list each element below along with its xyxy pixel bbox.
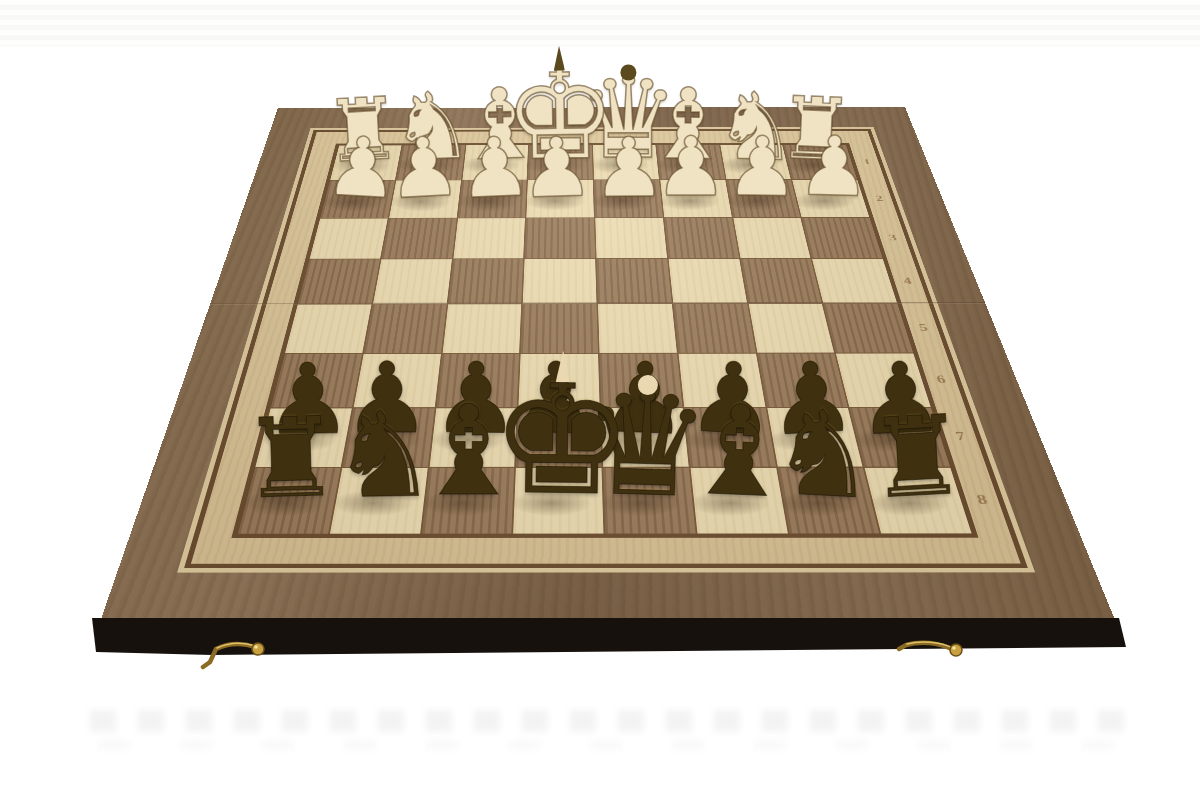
square-a3[interactable] <box>802 218 883 258</box>
background-banding <box>0 0 1200 46</box>
square-b5[interactable] <box>748 304 834 352</box>
square-g3[interactable] <box>381 218 456 258</box>
photo-scene: 12345678 ♜♞♝♛♚♝♞♜♟♟♟♟♟♟♟♟♟♟♟♟♟♟♟♟♜♞♝♛♚♝♞… <box>0 0 1200 799</box>
square-h4[interactable] <box>298 260 380 304</box>
brass-clasp-left-icon <box>203 643 264 667</box>
square-f3[interactable] <box>453 218 525 258</box>
square-d6[interactable] <box>600 354 683 407</box>
square-d1[interactable] <box>593 145 659 179</box>
square-g8[interactable] <box>330 468 428 533</box>
square-c1[interactable] <box>656 145 724 179</box>
square-f4[interactable] <box>448 259 523 303</box>
square-c6[interactable] <box>678 354 765 407</box>
square-g6[interactable] <box>353 354 440 407</box>
square-e6[interactable] <box>519 354 600 407</box>
square-a5[interactable] <box>824 304 913 352</box>
square-g5[interactable] <box>364 304 447 352</box>
square-c2[interactable] <box>660 180 731 217</box>
square-h7[interactable] <box>255 408 351 467</box>
square-a4[interactable] <box>812 259 897 303</box>
square-c3[interactable] <box>664 218 739 258</box>
white-queen-finial-ball <box>620 65 636 81</box>
chess-board[interactable]: 12345678 <box>100 107 1116 622</box>
square-e8[interactable] <box>513 468 603 533</box>
square-f6[interactable] <box>436 354 519 407</box>
square-e2[interactable] <box>526 180 593 217</box>
square-h1[interactable] <box>330 145 401 179</box>
square-e1[interactable] <box>528 145 593 179</box>
square-e4[interactable] <box>523 259 597 303</box>
square-h2[interactable] <box>320 180 394 217</box>
square-g7[interactable] <box>342 408 434 467</box>
square-f1[interactable] <box>462 145 528 179</box>
square-c5[interactable] <box>673 304 755 352</box>
square-a1[interactable] <box>784 145 857 179</box>
square-b3[interactable] <box>733 218 811 258</box>
table-reflection <box>90 704 1140 758</box>
square-d5[interactable] <box>598 304 677 352</box>
square-d4[interactable] <box>597 259 672 303</box>
square-f8[interactable] <box>422 468 515 533</box>
square-e3[interactable] <box>525 218 595 258</box>
brass-clasp-right-icon <box>899 642 962 656</box>
square-b4[interactable] <box>740 259 822 303</box>
square-h6[interactable] <box>271 354 362 407</box>
square-a2[interactable] <box>792 180 869 217</box>
square-d7[interactable] <box>601 408 688 467</box>
square-h5[interactable] <box>285 305 371 353</box>
square-e7[interactable] <box>516 408 601 467</box>
square-c8[interactable] <box>690 468 787 534</box>
white-king-finial-spike <box>553 46 565 71</box>
square-h3[interactable] <box>310 218 388 258</box>
playing-field[interactable] <box>238 145 972 534</box>
square-f7[interactable] <box>429 408 517 467</box>
square-c4[interactable] <box>668 259 746 303</box>
square-f2[interactable] <box>458 180 527 217</box>
square-d2[interactable] <box>594 180 663 217</box>
square-d3[interactable] <box>595 218 667 258</box>
square-e5[interactable] <box>521 304 598 352</box>
square-g2[interactable] <box>389 180 461 217</box>
square-b2[interactable] <box>726 180 800 217</box>
square-g4[interactable] <box>373 259 452 303</box>
square-h8[interactable] <box>238 468 340 533</box>
square-b1[interactable] <box>720 145 791 179</box>
square-b8[interactable] <box>778 468 880 534</box>
square-g1[interactable] <box>396 145 465 179</box>
square-b7[interactable] <box>767 408 863 467</box>
square-d8[interactable] <box>603 468 695 534</box>
square-f5[interactable] <box>442 304 521 352</box>
square-c7[interactable] <box>684 408 776 467</box>
square-b6[interactable] <box>757 353 848 406</box>
